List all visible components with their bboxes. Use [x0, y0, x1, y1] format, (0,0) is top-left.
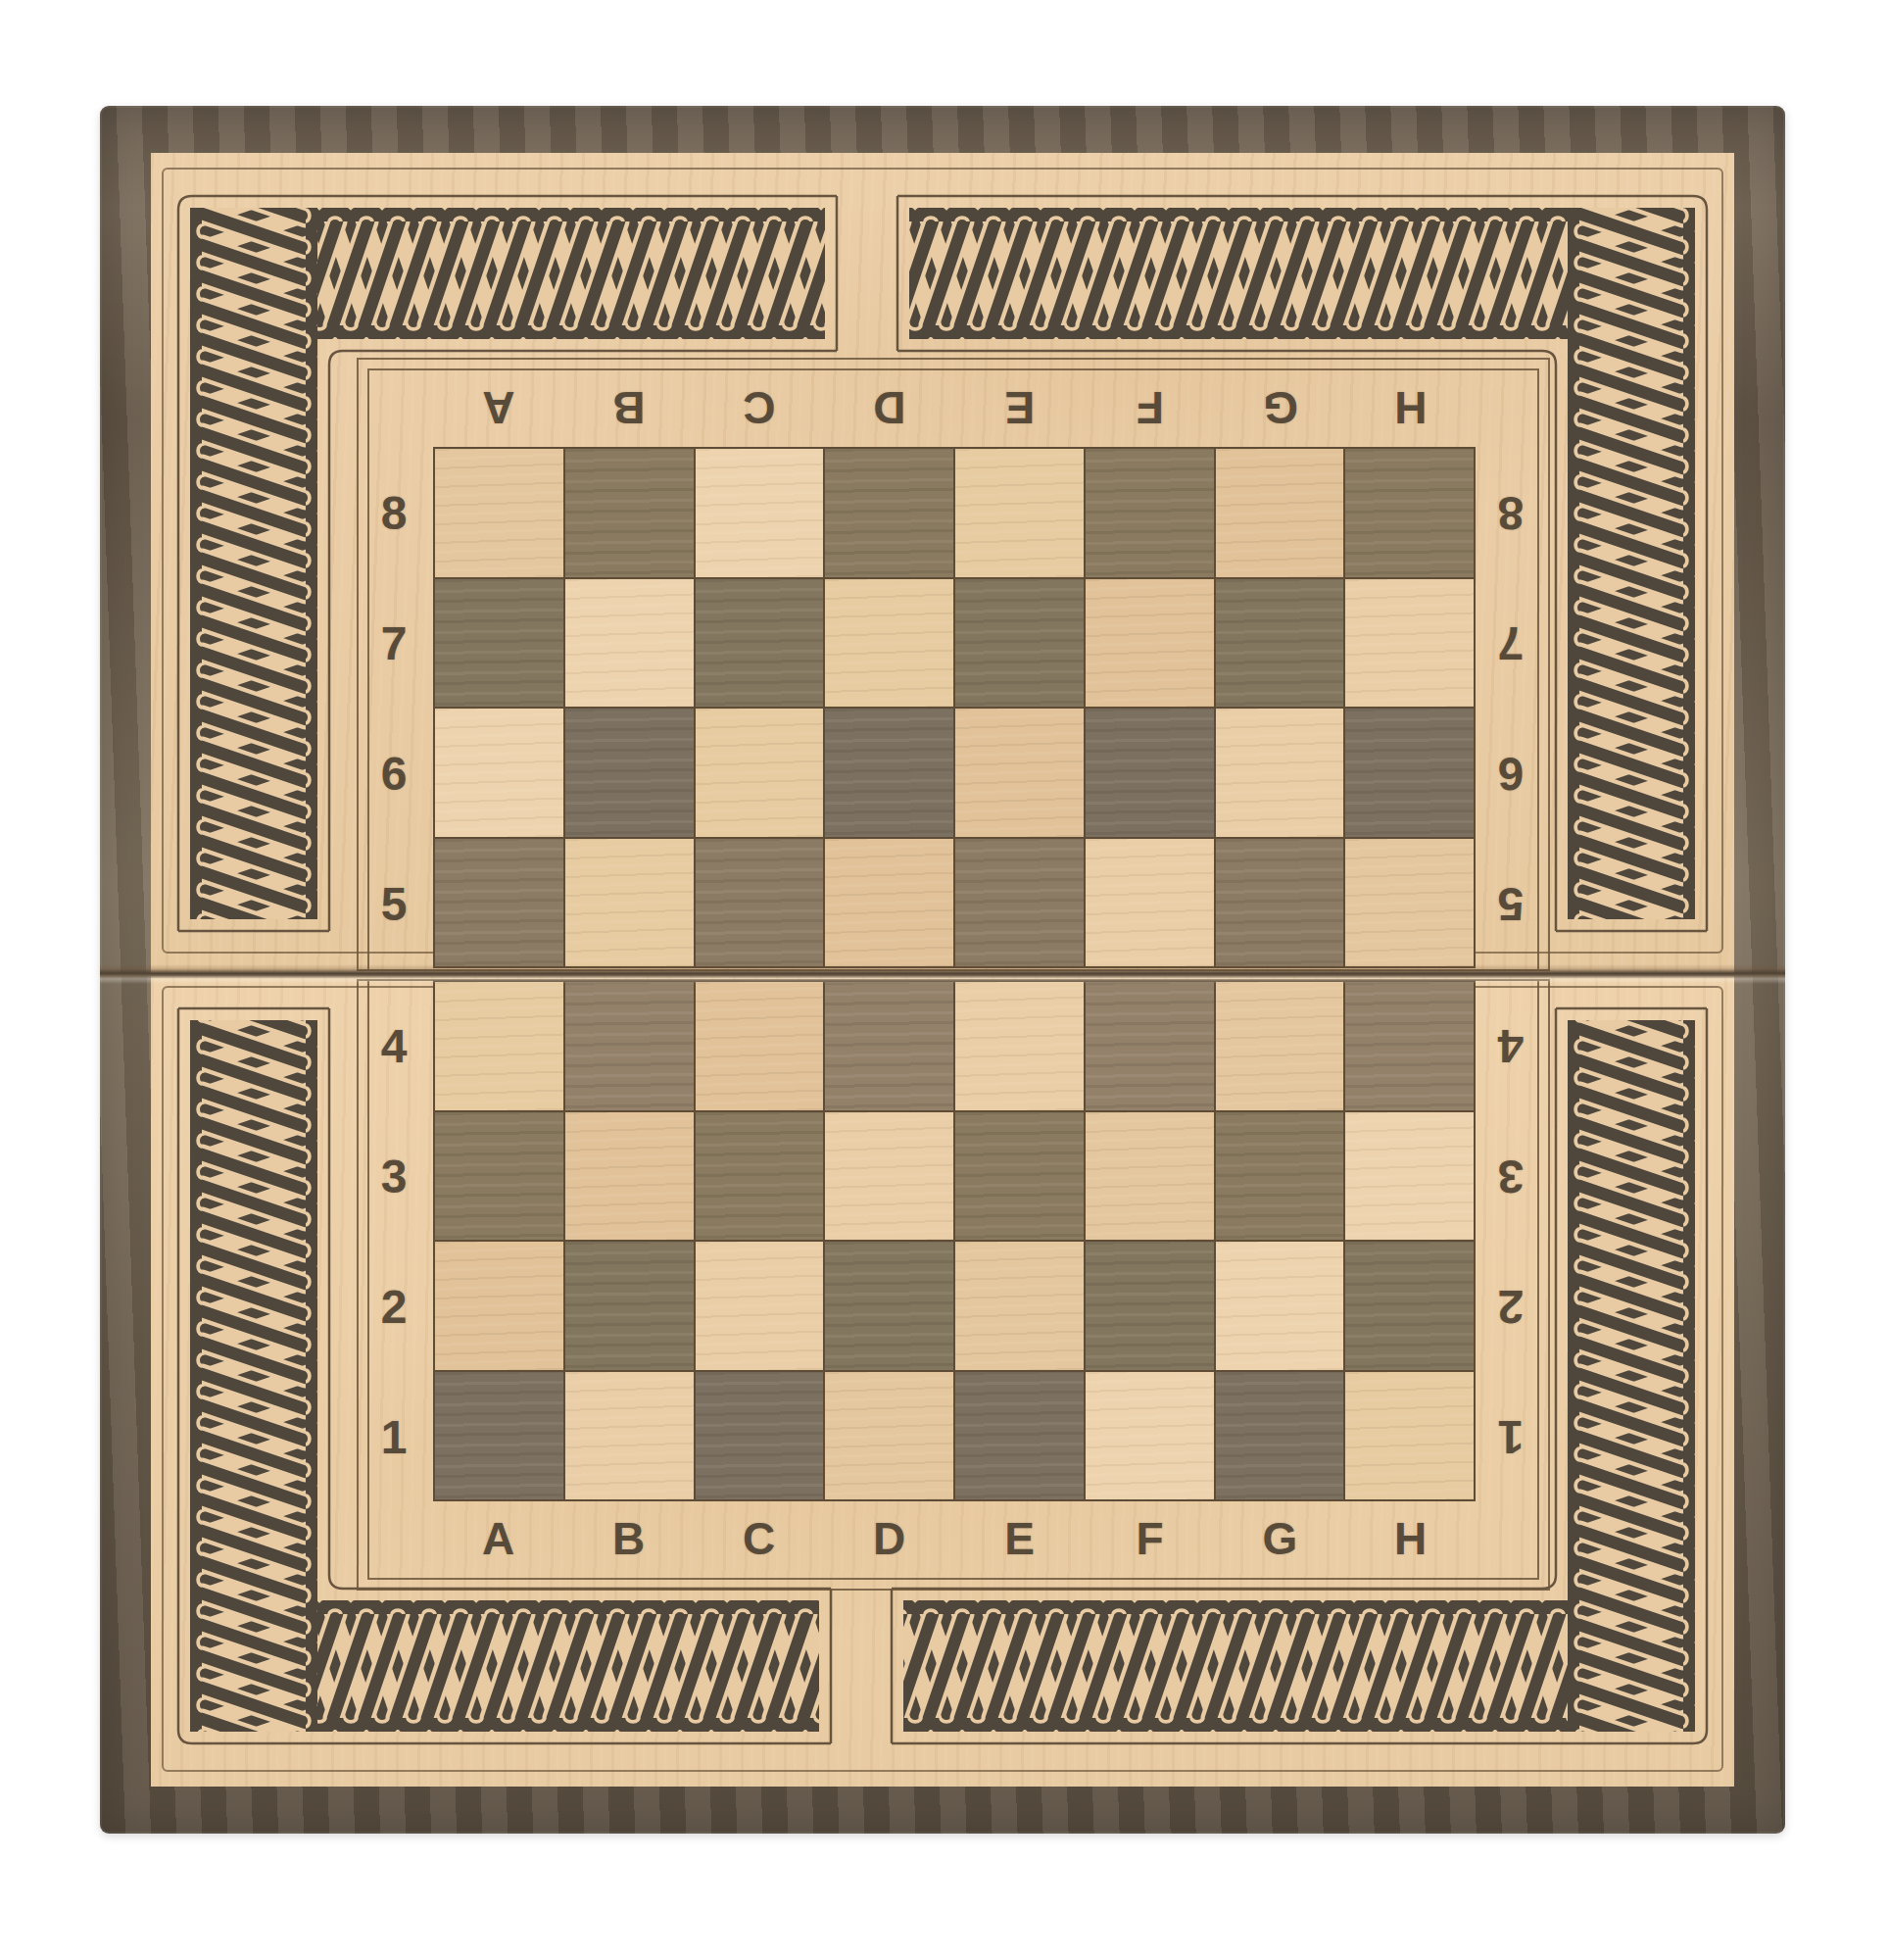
square-a1[interactable] — [435, 1372, 563, 1500]
square-c8[interactable] — [696, 449, 824, 577]
square-c5[interactable] — [696, 839, 824, 967]
square-c1[interactable] — [696, 1372, 824, 1500]
square-a2[interactable] — [435, 1242, 563, 1370]
square-g5[interactable] — [1216, 839, 1344, 967]
square-b1[interactable] — [565, 1372, 694, 1500]
square-a5[interactable] — [435, 839, 563, 967]
square-h4[interactable] — [1345, 982, 1474, 1110]
square-d8[interactable] — [825, 449, 953, 577]
square-f5[interactable] — [1086, 839, 1214, 967]
square-f2[interactable] — [1086, 1242, 1214, 1370]
square-e6[interactable] — [955, 709, 1084, 837]
square-h2[interactable] — [1345, 1242, 1474, 1370]
fold-seam — [100, 964, 1785, 984]
square-h7[interactable] — [1345, 579, 1474, 708]
square-e5[interactable] — [955, 839, 1084, 967]
square-e2[interactable] — [955, 1242, 1084, 1370]
square-e1[interactable] — [955, 1372, 1084, 1500]
square-e3[interactable] — [955, 1112, 1084, 1241]
square-f7[interactable] — [1086, 579, 1214, 708]
square-d1[interactable] — [825, 1372, 953, 1500]
square-h3[interactable] — [1345, 1112, 1474, 1241]
square-g6[interactable] — [1216, 709, 1344, 837]
square-f4[interactable] — [1086, 982, 1214, 1110]
square-f6[interactable] — [1086, 709, 1214, 837]
square-f1[interactable] — [1086, 1372, 1214, 1500]
square-e8[interactable] — [955, 449, 1084, 577]
photo-canvas: AA88BB77CC66DD55EE44FF33GG22HH11 — [0, 0, 1889, 1960]
square-e7[interactable] — [955, 579, 1084, 708]
square-d2[interactable] — [825, 1242, 953, 1370]
square-h6[interactable] — [1345, 709, 1474, 837]
square-f3[interactable] — [1086, 1112, 1214, 1241]
grid-bottom-half — [433, 980, 1476, 1501]
square-a3[interactable] — [435, 1112, 563, 1241]
square-g4[interactable] — [1216, 982, 1344, 1110]
square-f8[interactable] — [1086, 449, 1214, 577]
square-g2[interactable] — [1216, 1242, 1344, 1370]
square-c2[interactable] — [696, 1242, 824, 1370]
chess-board: AA88BB77CC66DD55EE44FF33GG22HH11 — [100, 106, 1785, 1834]
square-g3[interactable] — [1216, 1112, 1344, 1241]
square-h5[interactable] — [1345, 839, 1474, 967]
square-e4[interactable] — [955, 982, 1084, 1110]
square-b4[interactable] — [565, 982, 694, 1110]
square-d4[interactable] — [825, 982, 953, 1110]
square-c6[interactable] — [696, 709, 824, 837]
square-b3[interactable] — [565, 1112, 694, 1241]
square-c7[interactable] — [696, 579, 824, 708]
square-b5[interactable] — [565, 839, 694, 967]
square-a7[interactable] — [435, 579, 563, 708]
square-a4[interactable] — [435, 982, 563, 1110]
square-d7[interactable] — [825, 579, 953, 708]
square-b6[interactable] — [565, 709, 694, 837]
square-b8[interactable] — [565, 449, 694, 577]
square-a8[interactable] — [435, 449, 563, 577]
square-g7[interactable] — [1216, 579, 1344, 708]
square-d3[interactable] — [825, 1112, 953, 1241]
square-h1[interactable] — [1345, 1372, 1474, 1500]
square-b2[interactable] — [565, 1242, 694, 1370]
square-d6[interactable] — [825, 709, 953, 837]
square-g1[interactable] — [1216, 1372, 1344, 1500]
grid-top-half — [433, 447, 1476, 968]
square-a6[interactable] — [435, 709, 563, 837]
square-g8[interactable] — [1216, 449, 1344, 577]
square-d5[interactable] — [825, 839, 953, 967]
square-c4[interactable] — [696, 982, 824, 1110]
square-c3[interactable] — [696, 1112, 824, 1241]
square-b7[interactable] — [565, 579, 694, 708]
square-h8[interactable] — [1345, 449, 1474, 577]
